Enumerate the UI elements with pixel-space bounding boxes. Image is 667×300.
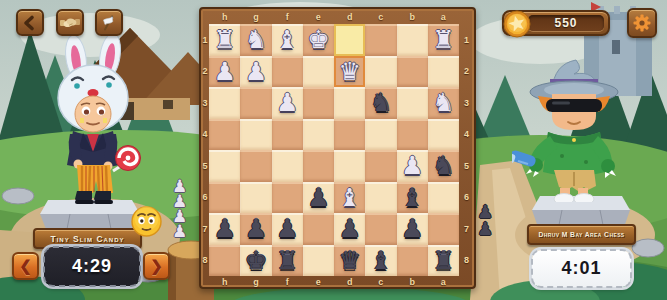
- left-player-clock: 4:29: [44, 247, 140, 286]
- square-b2[interactable]: [397, 56, 428, 88]
- square-e8[interactable]: [303, 245, 334, 277]
- square-f7[interactable]: ♟: [272, 213, 303, 245]
- board-corner: [459, 9, 474, 24]
- rank-label-left-4: 4: [201, 119, 209, 151]
- rank-label-right-6: 6: [459, 182, 474, 214]
- black-pawn-captured: ♟: [477, 229, 493, 246]
- rank-label-right-4: 4: [459, 119, 474, 151]
- square-b3[interactable]: [397, 87, 428, 119]
- file-label-top-d: d: [334, 9, 365, 24]
- chess-board: hgfedcba1♜♞♝♚♜12♟♟♛23♟♞♞3445♟♞56♟♝♝67♟♟♟…: [199, 7, 476, 289]
- square-e7[interactable]: [303, 213, 334, 245]
- black-rook-a8: ♜: [432, 248, 454, 273]
- square-f6[interactable]: [272, 182, 303, 214]
- rank-label-left-8: 8: [201, 245, 209, 277]
- white-pawn-f3: ♟: [276, 90, 298, 115]
- square-b1[interactable]: [397, 24, 428, 56]
- file-label-top-h: h: [209, 9, 240, 24]
- white-king-e1: ♚: [307, 27, 329, 52]
- square-d3[interactable]: [334, 87, 365, 119]
- neutral-face-emote: [130, 205, 163, 238]
- file-label-bottom-d: d: [334, 276, 365, 287]
- black-pawn-f7: ♟: [276, 216, 298, 241]
- black-pawn-h7: ♟: [213, 216, 235, 241]
- game-screen: 550: [0, 0, 667, 300]
- rank-label-left-5: 5: [201, 150, 209, 182]
- square-g6[interactable]: [240, 182, 271, 214]
- square-d7[interactable]: ♟: [334, 213, 365, 245]
- square-h1[interactable]: ♜: [209, 24, 240, 56]
- white-pawn-h2: ♟: [213, 59, 235, 84]
- square-h8[interactable]: [209, 245, 240, 277]
- square-b7[interactable]: ♟: [397, 213, 428, 245]
- square-f4[interactable]: [272, 119, 303, 151]
- square-g8[interactable]: ♚: [240, 245, 271, 277]
- square-f3[interactable]: ♟: [272, 87, 303, 119]
- black-bishop-c8: ♝: [370, 248, 392, 273]
- square-e6[interactable]: ♟: [303, 182, 334, 214]
- square-f1[interactable]: ♝: [272, 24, 303, 56]
- black-pawn-b7: ♟: [401, 216, 423, 241]
- square-c1[interactable]: [365, 24, 396, 56]
- black-queen-d8: ♛: [338, 248, 360, 273]
- white-queen-d2: ♛: [338, 59, 360, 84]
- rank-label-left-2: 2: [201, 56, 209, 88]
- square-h7[interactable]: ♟: [209, 213, 240, 245]
- square-d4[interactable]: [334, 119, 365, 151]
- square-b4[interactable]: [397, 119, 428, 151]
- square-h6[interactable]: [209, 182, 240, 214]
- square-f2[interactable]: [272, 56, 303, 88]
- board-corner: [201, 9, 209, 24]
- black-king-g8: ♚: [245, 248, 267, 273]
- white-knight-g1: ♞: [245, 27, 267, 52]
- file-label-bottom-a: a: [428, 276, 459, 287]
- prev-move-button[interactable]: ❮: [12, 252, 39, 280]
- chevron-left-icon: [21, 14, 39, 32]
- square-e1[interactable]: ♚: [303, 24, 334, 56]
- file-label-bottom-e: e: [303, 276, 334, 287]
- square-a7[interactable]: [428, 213, 459, 245]
- square-g7[interactable]: ♟: [240, 213, 271, 245]
- file-label-top-b: b: [397, 9, 428, 24]
- square-a1[interactable]: ♜: [428, 24, 459, 56]
- white-bishop-f1: ♝: [276, 27, 298, 52]
- file-label-top-f: f: [272, 9, 303, 24]
- square-g4[interactable]: [240, 119, 271, 151]
- white-bishop-d6: ♝: [338, 185, 360, 210]
- square-g1[interactable]: ♞: [240, 24, 271, 56]
- black-bishop-b6: ♝: [401, 185, 423, 210]
- square-c6[interactable]: [365, 182, 396, 214]
- back-button[interactable]: [16, 9, 44, 36]
- rank-label-right-8: 8: [459, 245, 474, 277]
- resign-button[interactable]: [95, 9, 123, 36]
- gear-icon: [632, 13, 652, 33]
- square-g5[interactable]: [240, 150, 271, 182]
- white-flag-icon: [100, 14, 118, 32]
- square-d5[interactable]: [334, 150, 365, 182]
- square-f5[interactable]: [272, 150, 303, 182]
- draw-offer-button[interactable]: [56, 9, 84, 36]
- right-player-nameplate: Dhruv M Bay Area Chess: [527, 224, 636, 245]
- rank-label-right-2: 2: [459, 56, 474, 88]
- square-e4[interactable]: [303, 119, 334, 151]
- rank-label-left-1: 1: [201, 24, 209, 56]
- square-a2[interactable]: [428, 56, 459, 88]
- square-e3[interactable]: [303, 87, 334, 119]
- file-label-bottom-c: c: [365, 276, 396, 287]
- square-h3[interactable]: [209, 87, 240, 119]
- captured-black-pieces: ♟♟: [477, 212, 493, 246]
- black-knight-a5: ♞: [432, 153, 454, 178]
- white-pawn-b5: ♟: [401, 153, 423, 178]
- white-pawn-captured: ♟: [172, 231, 187, 246]
- black-pawn-e6: ♟: [307, 185, 329, 210]
- handshake-icon: [60, 14, 80, 32]
- white-pawn-g2: ♟: [245, 59, 267, 84]
- rank-label-left-6: 6: [201, 182, 209, 214]
- square-c3[interactable]: ♞: [365, 87, 396, 119]
- settings-button[interactable]: [627, 8, 657, 38]
- square-a4[interactable]: [428, 119, 459, 151]
- square-d1[interactable]: [334, 24, 365, 56]
- black-knight-c3: ♞: [370, 90, 392, 115]
- coin-balance-bar[interactable]: 550: [502, 10, 610, 36]
- square-b8[interactable]: [397, 245, 428, 277]
- square-b6[interactable]: ♝: [397, 182, 428, 214]
- square-c8[interactable]: ♝: [365, 245, 396, 277]
- square-a6[interactable]: [428, 182, 459, 214]
- coin-amount: 550: [554, 16, 577, 30]
- square-h5[interactable]: [209, 150, 240, 182]
- right-player-name: Dhruv M Bay Area Chess: [538, 231, 624, 238]
- square-c2[interactable]: [365, 56, 396, 88]
- file-label-top-a: a: [428, 9, 459, 24]
- rank-label-left-7: 7: [201, 213, 209, 245]
- square-g3[interactable]: [240, 87, 271, 119]
- left-player-avatar: [40, 34, 152, 206]
- board-corner: [201, 276, 209, 287]
- next-move-button[interactable]: ❯: [143, 252, 170, 280]
- square-b5[interactable]: ♟: [397, 150, 428, 182]
- black-pawn-d7: ♟: [338, 216, 360, 241]
- left-player-nameplate: Tiny Slim Candy: [33, 228, 142, 249]
- black-pawn-g7: ♟: [245, 216, 267, 241]
- file-label-top-e: e: [303, 9, 334, 24]
- left-player-name: Tiny Slim Candy: [50, 234, 124, 244]
- square-h4[interactable]: [209, 119, 240, 151]
- rank-label-right-5: 5: [459, 150, 474, 182]
- file-label-top-c: c: [365, 9, 396, 24]
- square-a8[interactable]: ♜: [428, 245, 459, 277]
- file-label-bottom-f: f: [272, 276, 303, 287]
- rank-label-left-3: 3: [201, 87, 209, 119]
- captured-white-pieces: ♟♟♟♟: [172, 186, 187, 246]
- file-label-bottom-h: h: [209, 276, 240, 287]
- white-knight-a3: ♞: [432, 90, 454, 115]
- square-f8[interactable]: ♜: [272, 245, 303, 277]
- board-corner: [459, 276, 474, 287]
- square-h2[interactable]: ♟: [209, 56, 240, 88]
- square-e2[interactable]: [303, 56, 334, 88]
- square-c4[interactable]: [365, 119, 396, 151]
- white-rook-h1: ♜: [213, 27, 235, 52]
- file-label-bottom-g: g: [240, 276, 271, 287]
- right-player-avatar: [512, 52, 638, 202]
- square-a5[interactable]: ♞: [428, 150, 459, 182]
- square-c5[interactable]: [365, 150, 396, 182]
- rank-label-right-3: 3: [459, 87, 474, 119]
- square-d2[interactable]: ♛: [334, 56, 365, 88]
- square-e5[interactable]: [303, 150, 334, 182]
- square-d8[interactable]: ♛: [334, 245, 365, 277]
- square-d6[interactable]: ♝: [334, 182, 365, 214]
- right-player-clock: 4:01: [532, 250, 631, 287]
- square-a3[interactable]: ♞: [428, 87, 459, 119]
- black-rook-f8: ♜: [276, 248, 298, 273]
- square-g2[interactable]: ♟: [240, 56, 271, 88]
- square-c7[interactable]: [365, 213, 396, 245]
- rank-label-right-1: 1: [459, 24, 474, 56]
- coin-icon: [502, 9, 532, 39]
- rank-label-right-7: 7: [459, 213, 474, 245]
- file-label-bottom-b: b: [397, 276, 428, 287]
- white-rook-a1: ♜: [432, 27, 454, 52]
- file-label-top-g: g: [240, 9, 271, 24]
